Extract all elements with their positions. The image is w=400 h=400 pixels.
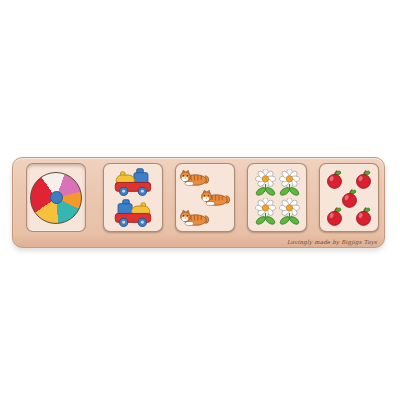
ball-graphic [30, 172, 82, 224]
tile-4-flowers[interactable] [247, 163, 307, 232]
tile-3-cats[interactable] [175, 163, 235, 232]
cat-graphic [179, 169, 210, 186]
product-photo-background: Lovingly made by Bigjigs Toys [0, 0, 400, 400]
cat-graphic [179, 209, 210, 226]
tile-1-face [27, 164, 85, 231]
tile-2-trains[interactable] [103, 163, 163, 232]
apple-graphic [355, 207, 372, 226]
train-graphic [114, 199, 152, 227]
tile-5-face [320, 164, 378, 231]
tile-4-face [248, 164, 306, 231]
flower-graphic [278, 169, 301, 197]
apple-graphic [341, 189, 358, 208]
flower-graphic [254, 169, 277, 197]
tile-3-face [176, 164, 234, 231]
cat-graphic [200, 189, 231, 206]
train-graphic [114, 168, 152, 196]
tile-5-apples[interactable] [319, 163, 379, 232]
brand-text: Lovingly made by Bigjigs Toys [287, 239, 377, 245]
tile-2-face [104, 164, 162, 231]
apple-graphic [326, 207, 343, 226]
tile-1-ball[interactable] [26, 163, 86, 232]
flower-graphic [254, 198, 277, 226]
apple-graphic [355, 170, 372, 189]
flower-graphic [278, 198, 301, 226]
puzzle-tray: Lovingly made by Bigjigs Toys [12, 157, 385, 248]
apple-graphic [326, 170, 343, 189]
